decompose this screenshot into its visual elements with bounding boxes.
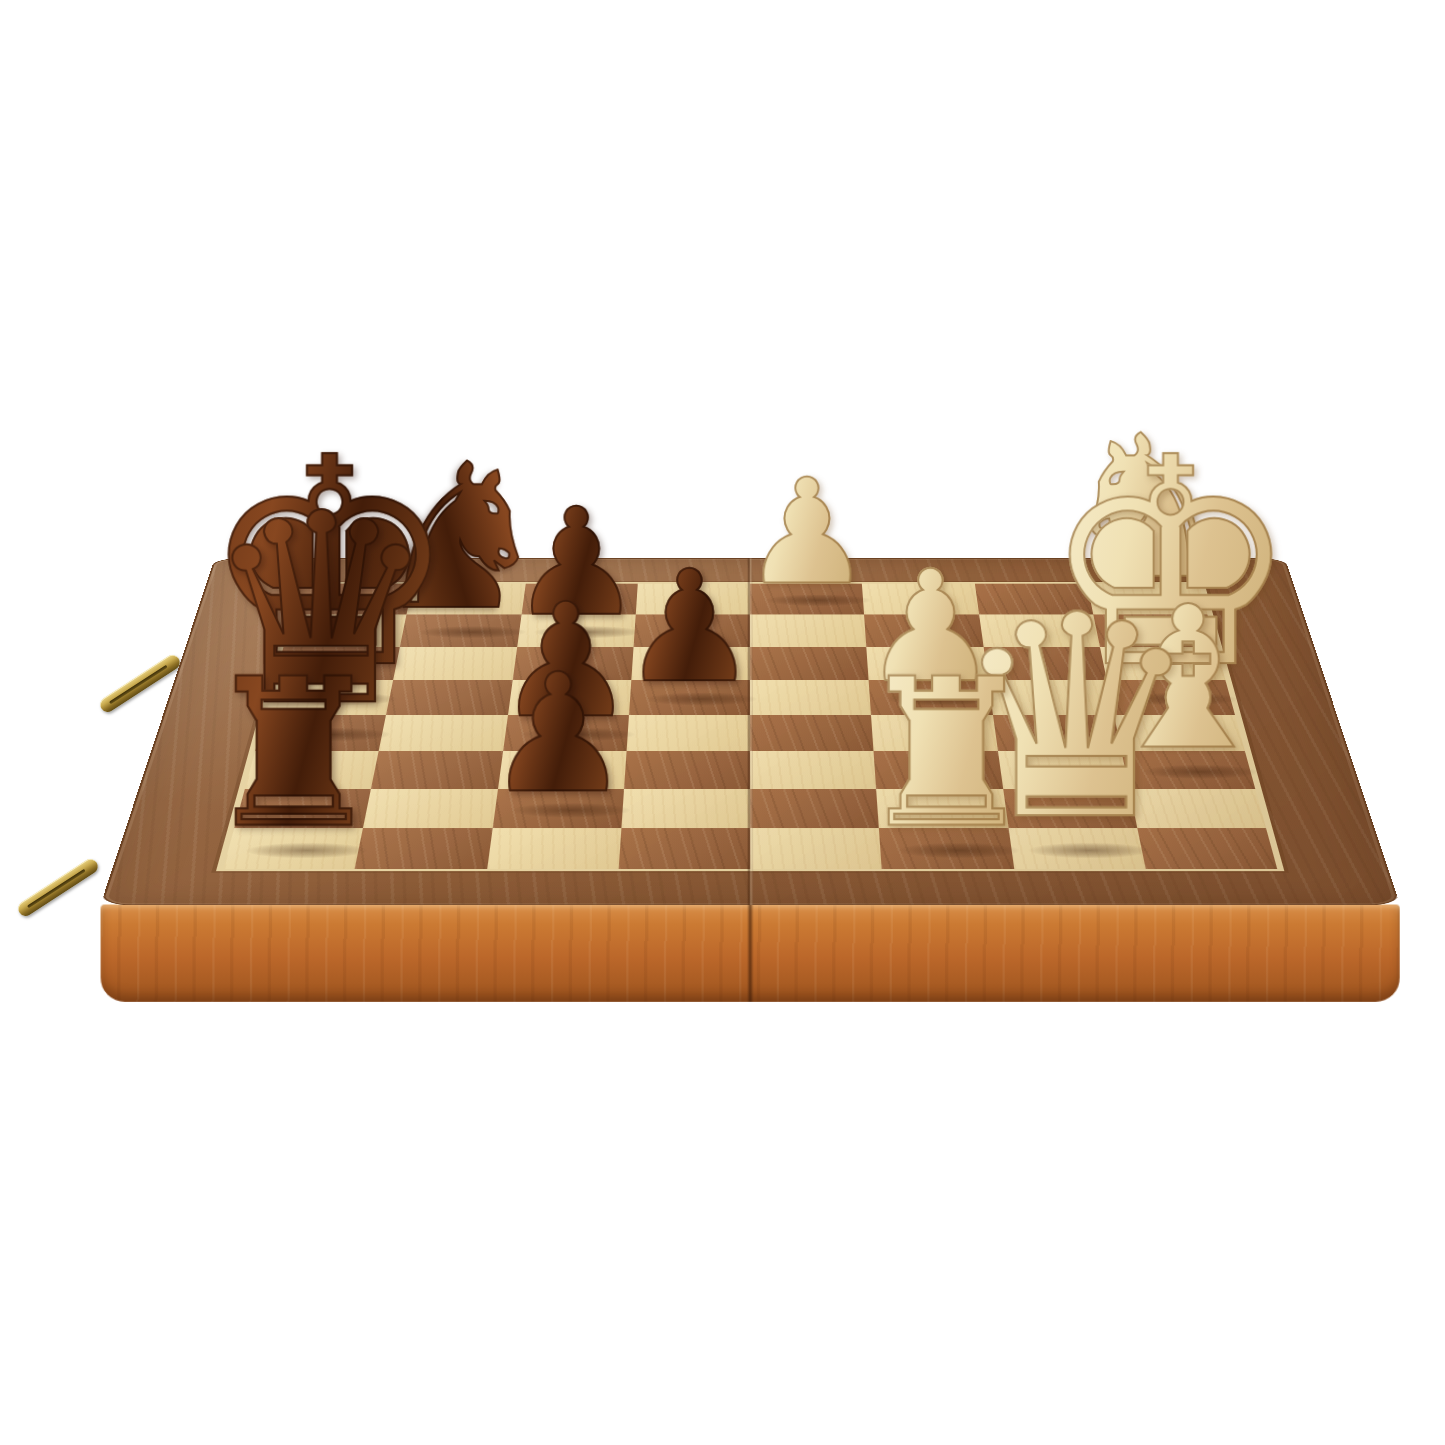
square-e5[interactable] <box>750 680 871 715</box>
dark-pawn-glyph: ♟ <box>485 656 632 811</box>
square-d4[interactable] <box>626 715 750 751</box>
square-b3[interactable] <box>371 751 502 789</box>
chess-board: ♜♛♚♞♟♟♟♟♟♟♜♛♝♚♞ <box>100 558 1400 905</box>
square-e6[interactable] <box>750 647 869 680</box>
square-e8[interactable] <box>750 584 864 615</box>
case-side <box>101 905 1400 1002</box>
square-d3[interactable] <box>624 751 750 789</box>
board-top: ♜♛♚♞♟♟♟♟♟♟♜♛♝♚♞ <box>103 559 1398 905</box>
square-c1[interactable] <box>487 828 622 869</box>
square-d7[interactable] <box>633 615 750 647</box>
square-d8[interactable] <box>635 584 749 615</box>
white-pawn-glyph: ♟ <box>742 464 872 602</box>
dark-rook-glyph: ♜ <box>201 657 384 851</box>
white-rook-glyph: ♜ <box>854 657 1037 851</box>
square-d5[interactable] <box>629 680 750 715</box>
scene: ♜♛♚♞♟♟♟♟♟♟♜♛♝♚♞ <box>0 0 1445 1445</box>
square-d1[interactable] <box>618 828 750 869</box>
square-d2[interactable] <box>621 789 750 828</box>
square-d6[interactable] <box>631 647 750 680</box>
product-photo-white-backdrop: { "game": "chess", "scene": { "descripti… <box>0 0 1445 1445</box>
square-e7[interactable] <box>750 615 867 647</box>
